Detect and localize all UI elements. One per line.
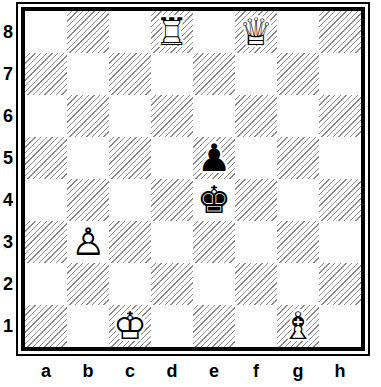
square-c5[interactable] [109,137,151,179]
square-e2[interactable] [193,263,235,305]
square-d5[interactable] [151,137,193,179]
square-f4[interactable] [235,179,277,221]
square-g5[interactable] [277,137,319,179]
square-e6[interactable] [193,95,235,137]
square-c1[interactable]: ♚♔ [109,305,151,347]
file-label-c: c [109,356,151,386]
file-label-g: g [277,356,319,386]
square-a8[interactable] [25,11,67,53]
square-e5[interactable]: ♟♟ [193,137,235,179]
square-f3[interactable] [235,221,277,263]
square-h2[interactable] [319,263,361,305]
piece-white-king[interactable]: ♔ [109,305,151,347]
rank-label-7: 7 [0,53,16,95]
square-a6[interactable] [25,95,67,137]
rank-labels: 87654321 [0,2,16,356]
square-h1[interactable] [319,305,361,347]
square-c6[interactable] [109,95,151,137]
square-f5[interactable] [235,137,277,179]
square-e4[interactable]: ♚♚ [193,179,235,221]
square-h7[interactable] [319,53,361,95]
square-f2[interactable] [235,263,277,305]
square-d7[interactable] [151,53,193,95]
square-g8[interactable] [277,11,319,53]
square-d8[interactable]: ♜♖ [151,11,193,53]
square-g4[interactable] [277,179,319,221]
rank-label-8: 8 [0,11,16,53]
square-e3[interactable] [193,221,235,263]
square-b7[interactable] [67,53,109,95]
file-label-d: d [151,356,193,386]
rank-label-4: 4 [0,179,16,221]
file-labels: abcdefgh [16,356,370,386]
piece-white-rook[interactable]: ♖ [151,11,193,53]
square-h4[interactable] [319,179,361,221]
square-d2[interactable] [151,263,193,305]
square-c2[interactable] [109,263,151,305]
board-frame: ♜♖♛♕♟♟♚♚♟♙♚♔♝♗ [16,2,370,356]
file-label-b: b [67,356,109,386]
square-e7[interactable] [193,53,235,95]
square-a1[interactable] [25,305,67,347]
square-f6[interactable] [235,95,277,137]
square-d3[interactable] [151,221,193,263]
piece-white-pawn[interactable]: ♙ [67,221,109,263]
square-a2[interactable] [25,263,67,305]
square-c3[interactable] [109,221,151,263]
rank-label-2: 2 [0,263,16,305]
rank-label-5: 5 [0,137,16,179]
square-g6[interactable] [277,95,319,137]
piece-black-king[interactable]: ♚ [193,179,235,221]
square-f8[interactable]: ♛♕ [235,11,277,53]
square-e8[interactable] [193,11,235,53]
square-g2[interactable] [277,263,319,305]
corner-spacer [0,356,16,386]
file-label-e: e [193,356,235,386]
chess-board: ♜♖♛♕♟♟♚♚♟♙♚♔♝♗ [21,7,365,351]
square-c4[interactable] [109,179,151,221]
square-h6[interactable] [319,95,361,137]
square-b2[interactable] [67,263,109,305]
square-c7[interactable] [109,53,151,95]
rank-label-1: 1 [0,305,16,347]
square-b5[interactable] [67,137,109,179]
square-b8[interactable] [67,11,109,53]
square-a7[interactable] [25,53,67,95]
file-label-a: a [25,356,67,386]
file-label-h: h [319,356,361,386]
square-a3[interactable] [25,221,67,263]
square-d1[interactable] [151,305,193,347]
square-c8[interactable] [109,11,151,53]
square-a5[interactable] [25,137,67,179]
square-f7[interactable] [235,53,277,95]
chess-diagram: 87654321 ♜♖♛♕♟♟♚♚♟♙♚♔♝♗ abcdefgh [0,0,381,386]
square-b4[interactable] [67,179,109,221]
piece-black-pawn[interactable]: ♟ [193,137,235,179]
square-b3[interactable]: ♟♙ [67,221,109,263]
square-f1[interactable] [235,305,277,347]
square-h5[interactable] [319,137,361,179]
square-g3[interactable] [277,221,319,263]
square-b1[interactable] [67,305,109,347]
square-a4[interactable] [25,179,67,221]
square-h8[interactable] [319,11,361,53]
piece-white-bishop[interactable]: ♗ [277,305,319,347]
square-g7[interactable] [277,53,319,95]
rank-label-6: 6 [0,95,16,137]
square-d6[interactable] [151,95,193,137]
square-g1[interactable]: ♝♗ [277,305,319,347]
square-d4[interactable] [151,179,193,221]
square-e1[interactable] [193,305,235,347]
square-b6[interactable] [67,95,109,137]
piece-white-queen[interactable]: ♕ [235,11,277,53]
square-h3[interactable] [319,221,361,263]
rank-label-3: 3 [0,221,16,263]
file-label-f: f [235,356,277,386]
